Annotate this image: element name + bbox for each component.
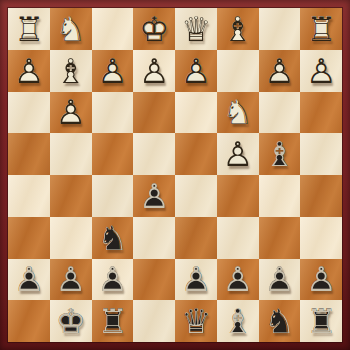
square-b8[interactable]: ♞♘ (259, 300, 301, 342)
square-e5[interactable]: ♟♙ (133, 175, 175, 217)
square-f8[interactable]: ♜♖ (92, 300, 134, 342)
white-pawn[interactable]: ♟♙ (217, 133, 259, 175)
white-knight[interactable]: ♞♘ (50, 8, 92, 50)
board-frame: ♜♖♞♘♚♔♛♕♝♗♜♖♟♙♝♗♟♙♟♙♟♙♟♙♟♙♟♙♞♘♟♙♝♗♟♙♞♘♟♙… (0, 0, 350, 350)
square-a1[interactable]: ♜♖ (300, 8, 342, 50)
square-b5[interactable] (259, 175, 301, 217)
white-rook[interactable]: ♜♖ (300, 8, 342, 50)
black-pawn[interactable]: ♟♙ (8, 259, 50, 301)
square-d1[interactable]: ♛♕ (175, 8, 217, 50)
square-b4[interactable]: ♝♗ (259, 133, 301, 175)
square-e8[interactable] (133, 300, 175, 342)
square-a6[interactable] (300, 217, 342, 259)
square-f2[interactable]: ♟♙ (92, 50, 134, 92)
square-d3[interactable] (175, 92, 217, 134)
square-c3[interactable]: ♞♘ (217, 92, 259, 134)
white-pawn[interactable]: ♟♙ (92, 50, 134, 92)
square-g3[interactable]: ♟♙ (50, 92, 92, 134)
black-knight[interactable]: ♞♘ (259, 300, 301, 342)
square-c7[interactable]: ♟♙ (217, 259, 259, 301)
white-pawn[interactable]: ♟♙ (133, 50, 175, 92)
white-bishop[interactable]: ♝♗ (50, 50, 92, 92)
square-a3[interactable] (300, 92, 342, 134)
square-a2[interactable]: ♟♙ (300, 50, 342, 92)
square-b6[interactable] (259, 217, 301, 259)
black-bishop[interactable]: ♝♗ (259, 133, 301, 175)
black-pawn[interactable]: ♟♙ (92, 259, 134, 301)
square-g1[interactable]: ♞♘ (50, 8, 92, 50)
white-pawn[interactable]: ♟♙ (259, 50, 301, 92)
black-rook[interactable]: ♜♖ (300, 300, 342, 342)
square-g6[interactable] (50, 217, 92, 259)
square-e6[interactable] (133, 217, 175, 259)
square-f3[interactable] (92, 92, 134, 134)
square-b7[interactable]: ♟♙ (259, 259, 301, 301)
square-h6[interactable] (8, 217, 50, 259)
square-d5[interactable] (175, 175, 217, 217)
square-g7[interactable]: ♟♙ (50, 259, 92, 301)
square-c5[interactable] (217, 175, 259, 217)
white-pawn[interactable]: ♟♙ (300, 50, 342, 92)
square-c2[interactable] (217, 50, 259, 92)
white-queen[interactable]: ♛♕ (175, 8, 217, 50)
square-g2[interactable]: ♝♗ (50, 50, 92, 92)
white-pawn[interactable]: ♟♙ (8, 50, 50, 92)
square-e2[interactable]: ♟♙ (133, 50, 175, 92)
square-e1[interactable]: ♚♔ (133, 8, 175, 50)
black-rook[interactable]: ♜♖ (92, 300, 134, 342)
white-bishop[interactable]: ♝♗ (217, 8, 259, 50)
square-a4[interactable] (300, 133, 342, 175)
square-d7[interactable]: ♟♙ (175, 259, 217, 301)
square-h7[interactable]: ♟♙ (8, 259, 50, 301)
black-pawn[interactable]: ♟♙ (175, 259, 217, 301)
square-a8[interactable]: ♜♖ (300, 300, 342, 342)
square-c6[interactable] (217, 217, 259, 259)
square-c4[interactable]: ♟♙ (217, 133, 259, 175)
square-g4[interactable] (50, 133, 92, 175)
black-king[interactable]: ♚♔ (50, 300, 92, 342)
square-d2[interactable]: ♟♙ (175, 50, 217, 92)
square-h8[interactable] (8, 300, 50, 342)
square-c8[interactable]: ♝♗ (217, 300, 259, 342)
black-pawn[interactable]: ♟♙ (300, 259, 342, 301)
black-queen[interactable]: ♛♕ (175, 300, 217, 342)
square-h3[interactable] (8, 92, 50, 134)
black-pawn[interactable]: ♟♙ (259, 259, 301, 301)
square-d4[interactable] (175, 133, 217, 175)
square-d8[interactable]: ♛♕ (175, 300, 217, 342)
white-king[interactable]: ♚♔ (133, 8, 175, 50)
square-f4[interactable] (92, 133, 134, 175)
white-rook[interactable]: ♜♖ (8, 8, 50, 50)
square-a5[interactable] (300, 175, 342, 217)
square-e7[interactable] (133, 259, 175, 301)
square-f7[interactable]: ♟♙ (92, 259, 134, 301)
black-pawn[interactable]: ♟♙ (133, 175, 175, 217)
square-e3[interactable] (133, 92, 175, 134)
square-f6[interactable]: ♞♘ (92, 217, 134, 259)
white-pawn[interactable]: ♟♙ (50, 92, 92, 134)
black-bishop[interactable]: ♝♗ (217, 300, 259, 342)
white-pawn[interactable]: ♟♙ (175, 50, 217, 92)
square-b2[interactable]: ♟♙ (259, 50, 301, 92)
square-a7[interactable]: ♟♙ (300, 259, 342, 301)
black-knight[interactable]: ♞♘ (92, 217, 134, 259)
square-c1[interactable]: ♝♗ (217, 8, 259, 50)
square-h5[interactable] (8, 175, 50, 217)
square-h4[interactable] (8, 133, 50, 175)
square-d6[interactable] (175, 217, 217, 259)
square-f5[interactable] (92, 175, 134, 217)
white-knight[interactable]: ♞♘ (217, 92, 259, 134)
black-pawn[interactable]: ♟♙ (217, 259, 259, 301)
square-e4[interactable] (133, 133, 175, 175)
square-h1[interactable]: ♜♖ (8, 8, 50, 50)
square-g8[interactable]: ♚♔ (50, 300, 92, 342)
square-g5[interactable] (50, 175, 92, 217)
black-pawn[interactable]: ♟♙ (50, 259, 92, 301)
square-b3[interactable] (259, 92, 301, 134)
square-h2[interactable]: ♟♙ (8, 50, 50, 92)
square-b1[interactable] (259, 8, 301, 50)
square-f1[interactable] (92, 8, 134, 50)
chess-board: ♜♖♞♘♚♔♛♕♝♗♜♖♟♙♝♗♟♙♟♙♟♙♟♙♟♙♟♙♞♘♟♙♝♗♟♙♞♘♟♙… (8, 8, 342, 342)
